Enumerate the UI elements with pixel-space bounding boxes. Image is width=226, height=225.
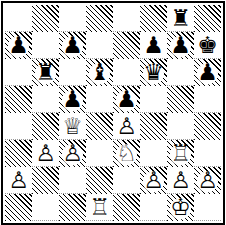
piece-black-bishop[interactable]: ♝	[86, 59, 113, 86]
square-a1[interactable]	[5, 194, 32, 221]
piece-white-knight[interactable]: ♘	[113, 140, 140, 167]
square-c5[interactable]: ♟	[59, 86, 86, 113]
square-b4[interactable]	[32, 113, 59, 140]
square-d5[interactable]	[86, 86, 113, 113]
square-b8[interactable]	[32, 5, 59, 32]
square-f7[interactable]: ♟	[140, 32, 167, 59]
board-frame: ♜♟♟♟♟♚♜♝♛♟♟♟♕♙♙♙♘♖♙♙♙♙♖♔	[1, 1, 225, 225]
square-g1[interactable]: ♔	[167, 194, 194, 221]
square-b1[interactable]	[32, 194, 59, 221]
square-c8[interactable]	[59, 5, 86, 32]
piece-white-pawn[interactable]: ♙	[5, 167, 32, 194]
square-h1[interactable]	[194, 194, 221, 221]
square-b2[interactable]	[32, 167, 59, 194]
square-d3[interactable]	[86, 140, 113, 167]
square-d2[interactable]	[86, 167, 113, 194]
square-f3[interactable]	[140, 140, 167, 167]
square-d8[interactable]	[86, 5, 113, 32]
square-b6[interactable]: ♜	[32, 59, 59, 86]
square-h2[interactable]: ♙	[194, 167, 221, 194]
square-g2[interactable]: ♙	[167, 167, 194, 194]
square-c4[interactable]: ♕	[59, 113, 86, 140]
square-c1[interactable]	[59, 194, 86, 221]
piece-white-pawn[interactable]: ♙	[59, 140, 86, 167]
piece-black-rook[interactable]: ♜	[32, 59, 59, 86]
piece-black-pawn[interactable]: ♟	[140, 32, 167, 59]
square-f4[interactable]	[140, 113, 167, 140]
square-c2[interactable]	[59, 167, 86, 194]
square-g3[interactable]: ♖	[167, 140, 194, 167]
square-f8[interactable]	[140, 5, 167, 32]
square-b5[interactable]	[32, 86, 59, 113]
square-f6[interactable]: ♛	[140, 59, 167, 86]
piece-white-pawn[interactable]: ♙	[113, 113, 140, 140]
square-g4[interactable]	[167, 113, 194, 140]
piece-black-pawn[interactable]: ♟	[59, 86, 86, 113]
square-b3[interactable]: ♙	[32, 140, 59, 167]
piece-white-rook[interactable]: ♖	[86, 194, 113, 221]
square-g7[interactable]: ♟	[167, 32, 194, 59]
square-d7[interactable]	[86, 32, 113, 59]
square-e5[interactable]: ♟	[113, 86, 140, 113]
square-e8[interactable]	[113, 5, 140, 32]
square-e3[interactable]: ♘	[113, 140, 140, 167]
square-e6[interactable]	[113, 59, 140, 86]
square-b7[interactable]	[32, 32, 59, 59]
piece-black-queen[interactable]: ♛	[140, 59, 167, 86]
square-a7[interactable]: ♟	[5, 32, 32, 59]
square-f2[interactable]: ♙	[140, 167, 167, 194]
square-g8[interactable]: ♜	[167, 5, 194, 32]
square-h6[interactable]: ♟	[194, 59, 221, 86]
square-f1[interactable]	[140, 194, 167, 221]
square-c6[interactable]	[59, 59, 86, 86]
square-d4[interactable]	[86, 113, 113, 140]
square-h7[interactable]: ♚	[194, 32, 221, 59]
piece-black-rook[interactable]: ♜	[167, 5, 194, 32]
piece-white-king[interactable]: ♔	[167, 194, 194, 221]
chess-board: ♜♟♟♟♟♚♜♝♛♟♟♟♕♙♙♙♘♖♙♙♙♙♖♔	[5, 5, 221, 221]
square-e7[interactable]	[113, 32, 140, 59]
square-g6[interactable]	[167, 59, 194, 86]
piece-white-pawn[interactable]: ♙	[32, 140, 59, 167]
square-h4[interactable]	[194, 113, 221, 140]
piece-white-pawn[interactable]: ♙	[167, 167, 194, 194]
square-d1[interactable]: ♖	[86, 194, 113, 221]
square-h3[interactable]	[194, 140, 221, 167]
square-a2[interactable]: ♙	[5, 167, 32, 194]
piece-black-pawn[interactable]: ♟	[167, 32, 194, 59]
square-h5[interactable]	[194, 86, 221, 113]
piece-black-king[interactable]: ♚	[194, 32, 221, 59]
square-a4[interactable]	[5, 113, 32, 140]
square-d6[interactable]: ♝	[86, 59, 113, 86]
square-f5[interactable]	[140, 86, 167, 113]
square-a3[interactable]	[5, 140, 32, 167]
piece-black-pawn[interactable]: ♟	[5, 32, 32, 59]
square-g5[interactable]	[167, 86, 194, 113]
square-a8[interactable]	[5, 5, 32, 32]
square-h8[interactable]	[194, 5, 221, 32]
piece-black-pawn[interactable]: ♟	[194, 59, 221, 86]
piece-black-pawn[interactable]: ♟	[59, 32, 86, 59]
piece-black-pawn[interactable]: ♟	[113, 86, 140, 113]
square-a6[interactable]	[5, 59, 32, 86]
square-e2[interactable]	[113, 167, 140, 194]
piece-white-pawn[interactable]: ♙	[140, 167, 167, 194]
square-a5[interactable]	[5, 86, 32, 113]
piece-white-pawn[interactable]: ♙	[194, 167, 221, 194]
square-e4[interactable]: ♙	[113, 113, 140, 140]
piece-white-rook[interactable]: ♖	[167, 140, 194, 167]
square-c7[interactable]: ♟	[59, 32, 86, 59]
square-c3[interactable]: ♙	[59, 140, 86, 167]
piece-white-queen[interactable]: ♕	[59, 113, 86, 140]
square-e1[interactable]	[113, 194, 140, 221]
